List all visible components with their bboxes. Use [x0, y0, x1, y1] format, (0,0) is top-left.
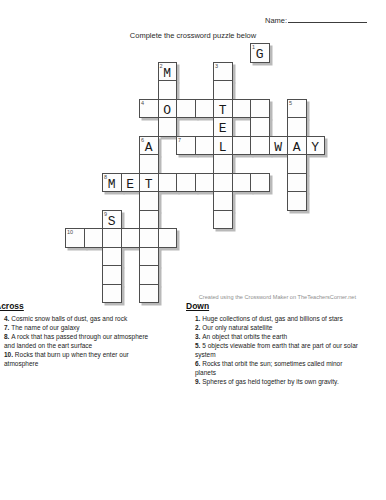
grid-cell-r10c4[interactable] — [139, 228, 159, 248]
grid-cell-r5c8[interactable]: L — [213, 136, 233, 156]
crossword-worksheet: { "game": "crossword", "header": { "name… — [0, 0, 386, 500]
name-label: Name: — [265, 16, 287, 25]
down-clue-2: 2. Our only natural satellite — [195, 323, 360, 332]
across-clue-8: 8. A rock that has passed through our at… — [4, 332, 158, 350]
grid-cell-r9c8[interactable] — [213, 210, 233, 230]
cell-letter: T — [140, 175, 158, 193]
across-heading: Across — [0, 301, 158, 311]
down-clue-list: 1. Huge collections of dust, gas and bil… — [195, 314, 360, 386]
grid-cell-r4c12[interactable] — [287, 117, 307, 137]
grid-cell-r7c4[interactable]: T — [139, 173, 159, 193]
name-blank-line — [288, 15, 367, 23]
down-clue-5: 5. 5 objects viewable from earth that ar… — [195, 341, 360, 359]
grid-cell-r10c0[interactable]: 10 — [65, 228, 85, 248]
grid-cell-r7c10[interactable] — [250, 173, 270, 193]
grid-cell-r10c5[interactable] — [158, 228, 178, 248]
grid-cell-r5c4[interactable]: 6A — [139, 136, 159, 156]
credit-line: Created using the Crossword Maker on The… — [199, 294, 356, 300]
grid-cell-r1c8[interactable]: 3 — [213, 62, 233, 82]
grid-cell-r11c4[interactable] — [139, 247, 159, 267]
cell-letter: S — [103, 212, 121, 230]
across-clue-list: 4. Cosmic snow balls of dust, gas and ro… — [4, 314, 158, 368]
grid-cell-r1c5[interactable]: 2M — [158, 62, 178, 82]
grid-cell-r5c9[interactable] — [232, 136, 252, 156]
cell-letter: M — [103, 175, 121, 193]
grid-cell-r7c3[interactable]: E — [121, 173, 141, 193]
grid-cell-r9c2[interactable]: 9S — [102, 210, 122, 230]
grid-cell-r9c4[interactable] — [139, 210, 159, 230]
grid-cell-r10c3[interactable] — [121, 228, 141, 248]
grid-cell-r7c7[interactable] — [195, 173, 215, 193]
grid-cell-r5c10[interactable] — [250, 136, 270, 156]
across-clue-10: 10. Rocks that burn up when they enter o… — [4, 350, 158, 368]
grid-cell-r2c8[interactable] — [213, 80, 233, 100]
grid-cell-r12c4[interactable] — [139, 265, 159, 285]
grid-cell-r7c9[interactable] — [232, 173, 252, 193]
grid-cell-r10c1[interactable] — [84, 228, 104, 248]
cell-letter: Y — [307, 138, 325, 156]
grid-cell-r12c2[interactable] — [102, 265, 122, 285]
cell-letter: M — [159, 64, 177, 82]
grid-cell-r5c7[interactable] — [195, 136, 215, 156]
across-clues-section: Across 4. Cosmic snow balls of dust, gas… — [0, 301, 158, 368]
grid-cell-r4c8[interactable]: E — [213, 117, 233, 137]
grid-cell-r2c5[interactable] — [158, 80, 178, 100]
grid-cell-r4c5[interactable] — [158, 117, 178, 137]
grid-cell-r7c12[interactable] — [287, 173, 307, 193]
cell-letter: E — [214, 119, 232, 137]
clue-number: 10 — [67, 229, 73, 235]
grid-cell-r10c2[interactable] — [102, 228, 122, 248]
grid-cell-r7c2[interactable]: 8M — [102, 173, 122, 193]
grid-cell-r5c13[interactable]: Y — [306, 136, 326, 156]
down-clue-3: 3. An object that orbits the earth — [195, 332, 360, 341]
grid-cell-r3c4[interactable]: 4 — [139, 99, 159, 119]
cell-letter: W — [270, 138, 288, 156]
cell-letter: G — [251, 45, 269, 63]
grid-cell-r6c8[interactable] — [213, 154, 233, 174]
name-field-row: Name: — [265, 15, 367, 25]
clue-number: 3 — [215, 63, 218, 69]
grid-cell-r3c10[interactable] — [250, 99, 270, 119]
cell-letter: L — [214, 138, 232, 156]
grid-cell-r3c12[interactable]: 5 — [287, 99, 307, 119]
grid-cell-r11c2[interactable] — [102, 247, 122, 267]
cell-letter: A — [140, 138, 158, 156]
grid-cell-r3c5[interactable]: O — [158, 99, 178, 119]
grid-cell-r3c7[interactable] — [195, 99, 215, 119]
cell-letter: O — [159, 101, 177, 119]
grid-cell-r8c4[interactable] — [139, 191, 159, 211]
grid-cell-r3c8[interactable]: T — [213, 99, 233, 119]
clue-number: 4 — [141, 100, 144, 106]
crossword-grid: 1G2M34OT5E6A7LWAY8MET9S10 — [65, 43, 325, 303]
down-heading: Down — [186, 301, 360, 311]
down-clue-1: 1. Huge collections of dust, gas and bil… — [195, 314, 360, 323]
grid-cell-r0c10[interactable]: 1G — [250, 43, 270, 63]
cell-letter: E — [122, 175, 140, 193]
grid-cell-r7c5[interactable] — [158, 173, 178, 193]
grid-cell-r5c6[interactable]: 7 — [176, 136, 196, 156]
grid-cell-r8c8[interactable] — [213, 191, 233, 211]
down-clues-section: Down 1. Huge collections of dust, gas an… — [186, 301, 360, 386]
grid-cell-r6c12[interactable] — [287, 154, 307, 174]
down-clue-9: 9. Spheres of gas held together by its o… — [195, 377, 360, 386]
down-clue-6: 6. Rocks that orbit the sun; sometimes c… — [195, 359, 360, 377]
grid-cell-r3c6[interactable] — [176, 99, 196, 119]
across-clue-7: 7. The name of our galaxy — [4, 323, 158, 332]
grid-cell-r6c4[interactable] — [139, 154, 159, 174]
grid-cell-r5c12[interactable]: A — [287, 136, 307, 156]
clue-number: 7 — [178, 137, 181, 143]
grid-cell-r7c8[interactable] — [213, 173, 233, 193]
cell-letter: A — [288, 138, 306, 156]
page-title: Complete the crossword puzzle below — [0, 31, 386, 40]
across-clue-4: 4. Cosmic snow balls of dust, gas and ro… — [4, 314, 158, 323]
grid-cell-r3c9[interactable] — [232, 99, 252, 119]
cell-letter: T — [214, 101, 232, 119]
clue-number: 5 — [289, 100, 292, 106]
grid-cell-r7c6[interactable] — [176, 173, 196, 193]
grid-cell-r4c10[interactable] — [250, 117, 270, 137]
grid-cell-r5c11[interactable]: W — [269, 136, 289, 156]
grid-cell-r8c12[interactable] — [287, 191, 307, 211]
